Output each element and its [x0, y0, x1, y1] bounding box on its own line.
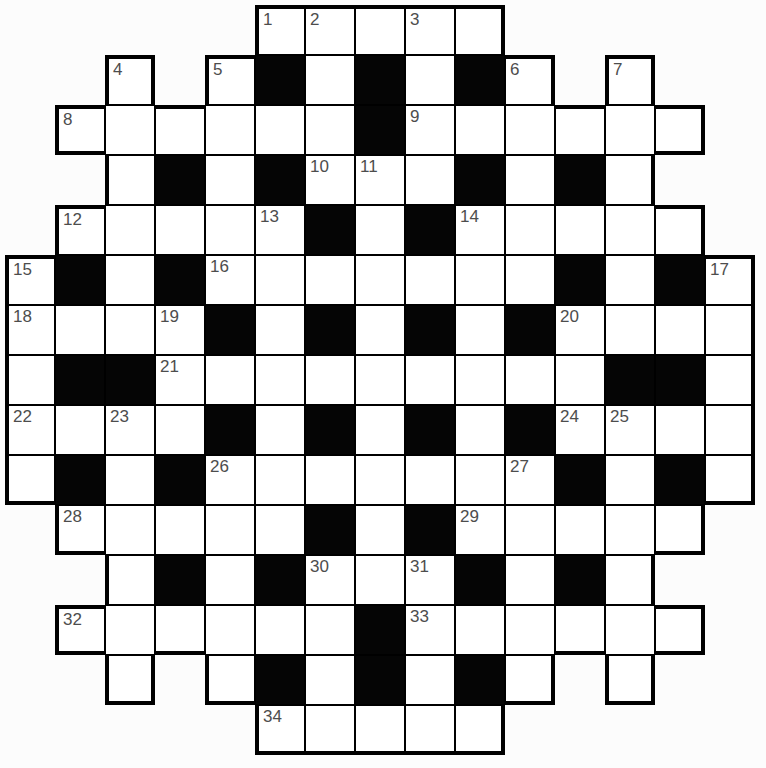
outside-area: [705, 55, 755, 105]
outside-area: [5, 105, 55, 155]
cell-r9c4[interactable]: [155, 405, 205, 455]
clue-number-24: 24: [560, 407, 579, 427]
clue-number-3: 3: [410, 10, 419, 30]
outside-area: [655, 5, 705, 55]
outside-area: [655, 655, 705, 705]
cell-r7c14[interactable]: [655, 305, 705, 355]
cell-r4c3[interactable]: [105, 155, 155, 205]
cell-r2c13[interactable]: 7: [605, 55, 655, 105]
cell-r10c3[interactable]: [105, 455, 155, 505]
cell-r8c5[interactable]: [205, 355, 255, 405]
cell-r11c13[interactable]: [605, 505, 655, 555]
cell-r11c3[interactable]: [105, 505, 155, 555]
black-cell-r7c7: [305, 305, 355, 355]
clue-number-6: 6: [510, 60, 519, 80]
cell-r5c6[interactable]: 13: [255, 205, 305, 255]
clue-number-18: 18: [13, 307, 32, 327]
cell-r5c5[interactable]: [205, 205, 255, 255]
cell-r5c8[interactable]: [355, 205, 405, 255]
outside-area: [705, 605, 755, 655]
cell-r3c12[interactable]: [555, 105, 605, 155]
black-cell-r14c6: [255, 655, 305, 705]
clue-number-10: 10: [310, 157, 329, 177]
black-cell-r12c4: [155, 555, 205, 605]
black-cell-r6c2: [55, 255, 105, 305]
cell-r7c2[interactable]: [55, 305, 105, 355]
cell-r13c7[interactable]: [305, 605, 355, 655]
clue-number-26: 26: [210, 457, 229, 477]
cell-r10c9[interactable]: [405, 455, 455, 505]
cell-r7c3[interactable]: [105, 305, 155, 355]
cell-r12c11[interactable]: [505, 555, 555, 605]
outside-area: [555, 705, 605, 755]
outside-area: [555, 655, 605, 705]
cell-r5c4[interactable]: [155, 205, 205, 255]
black-cell-r2c8: [355, 55, 405, 105]
cell-r15c7[interactable]: [305, 705, 355, 755]
cell-r12c7[interactable]: 30: [305, 555, 355, 605]
black-cell-r4c4: [155, 155, 205, 205]
clue-number-13: 13: [260, 207, 279, 227]
cell-r1c8[interactable]: [355, 5, 405, 55]
black-cell-r8c2: [55, 355, 105, 405]
outside-area: [505, 5, 555, 55]
crossword-grid: 1234567891011121314151617181920212223242…: [5, 5, 755, 755]
black-cell-r6c14: [655, 255, 705, 305]
cell-r13c12[interactable]: [555, 605, 605, 655]
cell-r15c10[interactable]: [455, 705, 505, 755]
cell-r12c13[interactable]: [605, 555, 655, 605]
cell-r3c13[interactable]: [605, 105, 655, 155]
cell-r7c1[interactable]: 18: [5, 305, 55, 355]
black-cell-r10c4: [155, 455, 205, 505]
outside-area: [5, 555, 55, 605]
cell-r5c11[interactable]: [505, 205, 555, 255]
cell-r13c4[interactable]: [155, 605, 205, 655]
clue-number-22: 22: [13, 407, 32, 427]
clue-number-14: 14: [460, 207, 479, 227]
cell-r14c5[interactable]: [205, 655, 255, 705]
black-cell-r10c14: [655, 455, 705, 505]
cell-r5c10[interactable]: 14: [455, 205, 505, 255]
outside-area: [655, 555, 705, 605]
cell-r13c6[interactable]: [255, 605, 305, 655]
clue-number-27: 27: [510, 457, 529, 477]
outside-area: [5, 55, 55, 105]
black-cell-r8c3: [105, 355, 155, 405]
cell-r1c7[interactable]: 2: [305, 5, 355, 55]
outside-area: [705, 205, 755, 255]
cell-r5c3[interactable]: [105, 205, 155, 255]
cell-r13c5[interactable]: [205, 605, 255, 655]
outside-area: [155, 705, 205, 755]
clue-number-1: 1: [263, 10, 272, 30]
cell-r1c10[interactable]: [455, 5, 505, 55]
outside-area: [705, 555, 755, 605]
cell-r13c10[interactable]: [455, 605, 505, 655]
cell-r9c14[interactable]: [655, 405, 705, 455]
cell-r14c13[interactable]: [605, 655, 655, 705]
black-cell-r7c5: [205, 305, 255, 355]
cell-r4c9[interactable]: [405, 155, 455, 205]
black-cell-r4c10: [455, 155, 505, 205]
cell-r7c4[interactable]: 19: [155, 305, 205, 355]
cell-r3c11[interactable]: [505, 105, 555, 155]
cell-r6c8[interactable]: [355, 255, 405, 305]
outside-area: [655, 55, 705, 105]
cell-r8c15[interactable]: [705, 355, 755, 405]
cell-r10c10[interactable]: [455, 455, 505, 505]
cell-r11c10[interactable]: 29: [455, 505, 505, 555]
cell-r3c6[interactable]: [255, 105, 305, 155]
cell-r6c10[interactable]: [455, 255, 505, 305]
cell-r12c5[interactable]: [205, 555, 255, 605]
black-cell-r12c10: [455, 555, 505, 605]
outside-area: [705, 5, 755, 55]
cell-r13c9[interactable]: 33: [405, 605, 455, 655]
clue-number-29: 29: [460, 507, 479, 527]
clue-number-32: 32: [63, 610, 82, 630]
black-cell-r11c9: [405, 505, 455, 555]
cell-r10c8[interactable]: [355, 455, 405, 505]
cell-r2c11[interactable]: 6: [505, 55, 555, 105]
cell-r15c9[interactable]: [405, 705, 455, 755]
cell-r12c3[interactable]: [105, 555, 155, 605]
cell-r9c15[interactable]: [705, 405, 755, 455]
cell-r9c2[interactable]: [55, 405, 105, 455]
cell-r11c12[interactable]: [555, 505, 605, 555]
black-cell-r9c7: [305, 405, 355, 455]
black-cell-r7c9: [405, 305, 455, 355]
clue-number-25: 25: [610, 407, 629, 427]
cell-r5c2[interactable]: 12: [55, 205, 105, 255]
outside-area: [655, 155, 705, 205]
cell-r8c7[interactable]: [305, 355, 355, 405]
cell-r11c6[interactable]: [255, 505, 305, 555]
cell-r9c3[interactable]: 23: [105, 405, 155, 455]
cell-r10c11[interactable]: 27: [505, 455, 555, 505]
cell-r8c6[interactable]: [255, 355, 305, 405]
cell-r7c10[interactable]: [455, 305, 505, 355]
black-cell-r4c12: [555, 155, 605, 205]
cell-r6c6[interactable]: [255, 255, 305, 305]
outside-area: [555, 5, 605, 55]
cell-r10c5[interactable]: 26: [205, 455, 255, 505]
black-cell-r13c8: [355, 605, 405, 655]
cell-r11c4[interactable]: [155, 505, 205, 555]
cell-r8c10[interactable]: [455, 355, 505, 405]
cell-r2c9[interactable]: [405, 55, 455, 105]
cell-r8c12[interactable]: [555, 355, 605, 405]
cell-r3c10[interactable]: [455, 105, 505, 155]
cell-r6c1[interactable]: 15: [5, 255, 55, 305]
black-cell-r6c4: [155, 255, 205, 305]
cell-r4c11[interactable]: [505, 155, 555, 205]
outside-area: [705, 505, 755, 555]
cell-r7c15[interactable]: [705, 305, 755, 355]
outside-area: [5, 705, 55, 755]
cell-r10c6[interactable]: [255, 455, 305, 505]
cell-r2c5[interactable]: 5: [205, 55, 255, 105]
outside-area: [205, 705, 255, 755]
cell-r3c3[interactable]: [105, 105, 155, 155]
cell-r3c7[interactable]: [305, 105, 355, 155]
cell-r6c13[interactable]: [605, 255, 655, 305]
outside-area: [55, 555, 105, 605]
clue-number-19: 19: [160, 307, 179, 327]
black-cell-r11c7: [305, 505, 355, 555]
cell-r15c6[interactable]: 34: [255, 705, 305, 755]
black-cell-r9c9: [405, 405, 455, 455]
outside-area: [705, 655, 755, 705]
cell-r13c14[interactable]: [655, 605, 705, 655]
clue-number-15: 15: [13, 260, 32, 280]
cell-r7c12[interactable]: 20: [555, 305, 605, 355]
clue-number-34: 34: [263, 707, 282, 727]
black-cell-r10c12: [555, 455, 605, 505]
outside-area: [655, 705, 705, 755]
outside-area: [155, 655, 205, 705]
cell-r6c9[interactable]: [405, 255, 455, 305]
clue-number-20: 20: [560, 307, 579, 327]
cell-r8c1[interactable]: [5, 355, 55, 405]
outside-area: [5, 205, 55, 255]
black-cell-r5c9: [405, 205, 455, 255]
clue-number-30: 30: [310, 557, 329, 577]
outside-area: [555, 55, 605, 105]
cell-r8c9[interactable]: [405, 355, 455, 405]
cell-r2c3[interactable]: 4: [105, 55, 155, 105]
black-cell-r9c5: [205, 405, 255, 455]
black-cell-r12c6: [255, 555, 305, 605]
outside-area: [705, 155, 755, 205]
clue-number-16: 16: [210, 257, 229, 277]
black-cell-r9c11: [505, 405, 555, 455]
cell-r14c3[interactable]: [105, 655, 155, 705]
cell-r3c2[interactable]: 8: [55, 105, 105, 155]
clue-number-12: 12: [63, 210, 82, 230]
cell-r15c8[interactable]: [355, 705, 405, 755]
cell-r6c7[interactable]: [305, 255, 355, 305]
cell-r3c9[interactable]: 9: [405, 105, 455, 155]
black-cell-r10c2: [55, 455, 105, 505]
cell-r6c3[interactable]: [105, 255, 155, 305]
cell-r1c9[interactable]: 3: [405, 5, 455, 55]
black-cell-r7c11: [505, 305, 555, 355]
cell-r12c8[interactable]: [355, 555, 405, 605]
cell-r5c12[interactable]: [555, 205, 605, 255]
cell-r7c13[interactable]: [605, 305, 655, 355]
clue-number-7: 7: [613, 60, 622, 80]
black-cell-r3c8: [355, 105, 405, 155]
outside-area: [55, 705, 105, 755]
clue-number-21: 21: [160, 357, 179, 377]
cell-r9c10[interactable]: [455, 405, 505, 455]
cell-r6c5[interactable]: 16: [205, 255, 255, 305]
clue-number-5: 5: [213, 60, 222, 80]
outside-area: [605, 5, 655, 55]
outside-area: [705, 705, 755, 755]
cell-r6c11[interactable]: [505, 255, 555, 305]
black-cell-r6c12: [555, 255, 605, 305]
cell-r9c13[interactable]: 25: [605, 405, 655, 455]
cell-r4c13[interactable]: [605, 155, 655, 205]
cell-r14c7[interactable]: [305, 655, 355, 705]
cell-r6c15[interactable]: 17: [705, 255, 755, 305]
cell-r13c2[interactable]: 32: [55, 605, 105, 655]
outside-area: [105, 5, 155, 55]
cell-r9c6[interactable]: [255, 405, 305, 455]
black-cell-r12c12: [555, 555, 605, 605]
cell-r5c13[interactable]: [605, 205, 655, 255]
clue-number-8: 8: [63, 110, 72, 130]
cell-r10c7[interactable]: [305, 455, 355, 505]
cell-r11c11[interactable]: [505, 505, 555, 555]
clue-number-2: 2: [310, 10, 319, 30]
cell-r8c8[interactable]: [355, 355, 405, 405]
cell-r8c11[interactable]: [505, 355, 555, 405]
outside-area: [505, 705, 555, 755]
cell-r11c5[interactable]: [205, 505, 255, 555]
clue-number-28: 28: [63, 507, 82, 527]
outside-area: [5, 605, 55, 655]
black-cell-r8c13: [605, 355, 655, 405]
black-cell-r4c6: [255, 155, 305, 205]
cell-r14c11[interactable]: [505, 655, 555, 705]
clue-number-17: 17: [710, 260, 729, 280]
outside-area: [55, 155, 105, 205]
outside-area: [55, 55, 105, 105]
clue-number-33: 33: [410, 607, 429, 627]
clue-number-31: 31: [410, 557, 429, 577]
cell-r1c6[interactable]: 1: [255, 5, 305, 55]
cell-r4c7[interactable]: 10: [305, 155, 355, 205]
outside-area: [105, 705, 155, 755]
black-cell-r2c6: [255, 55, 305, 105]
cell-r3c5[interactable]: [205, 105, 255, 155]
cell-r11c8[interactable]: [355, 505, 405, 555]
cell-r11c2[interactable]: 28: [55, 505, 105, 555]
outside-area: [5, 155, 55, 205]
outside-area: [5, 655, 55, 705]
cell-r3c4[interactable]: [155, 105, 205, 155]
cell-r4c5[interactable]: [205, 155, 255, 205]
cell-r10c1[interactable]: [5, 455, 55, 505]
black-cell-r2c10: [455, 55, 505, 105]
outside-area: [155, 5, 205, 55]
cell-r10c13[interactable]: [605, 455, 655, 505]
cell-r7c6[interactable]: [255, 305, 305, 355]
cell-r11c14[interactable]: [655, 505, 705, 555]
cell-r10c15[interactable]: [705, 455, 755, 505]
clue-number-11: 11: [360, 157, 378, 177]
cell-r9c8[interactable]: [355, 405, 405, 455]
cell-r7c8[interactable]: [355, 305, 405, 355]
clue-number-23: 23: [110, 407, 129, 427]
outside-area: [705, 105, 755, 155]
outside-area: [5, 505, 55, 555]
cell-r3c14[interactable]: [655, 105, 705, 155]
cell-r8c4[interactable]: 21: [155, 355, 205, 405]
outside-area: [55, 655, 105, 705]
outside-area: [55, 5, 105, 55]
cell-r9c12[interactable]: 24: [555, 405, 605, 455]
cell-r12c9[interactable]: 31: [405, 555, 455, 605]
cell-r14c9[interactable]: [405, 655, 455, 705]
crossword-page: 1234567891011121314151617181920212223242…: [0, 0, 766, 768]
cell-r13c13[interactable]: [605, 605, 655, 655]
black-cell-r8c14: [655, 355, 705, 405]
cell-r13c11[interactable]: [505, 605, 555, 655]
outside-area: [5, 5, 55, 55]
cell-r2c7[interactable]: [305, 55, 355, 105]
clue-number-4: 4: [113, 60, 122, 80]
outside-area: [605, 705, 655, 755]
cell-r13c3[interactable]: [105, 605, 155, 655]
cell-r4c8[interactable]: 11: [355, 155, 405, 205]
black-cell-r14c8: [355, 655, 405, 705]
cell-r5c14[interactable]: [655, 205, 705, 255]
black-cell-r14c10: [455, 655, 505, 705]
clue-number-9: 9: [410, 107, 419, 127]
black-cell-r5c7: [305, 205, 355, 255]
outside-area: [155, 55, 205, 105]
outside-area: [205, 5, 255, 55]
cell-r9c1[interactable]: 22: [5, 405, 55, 455]
